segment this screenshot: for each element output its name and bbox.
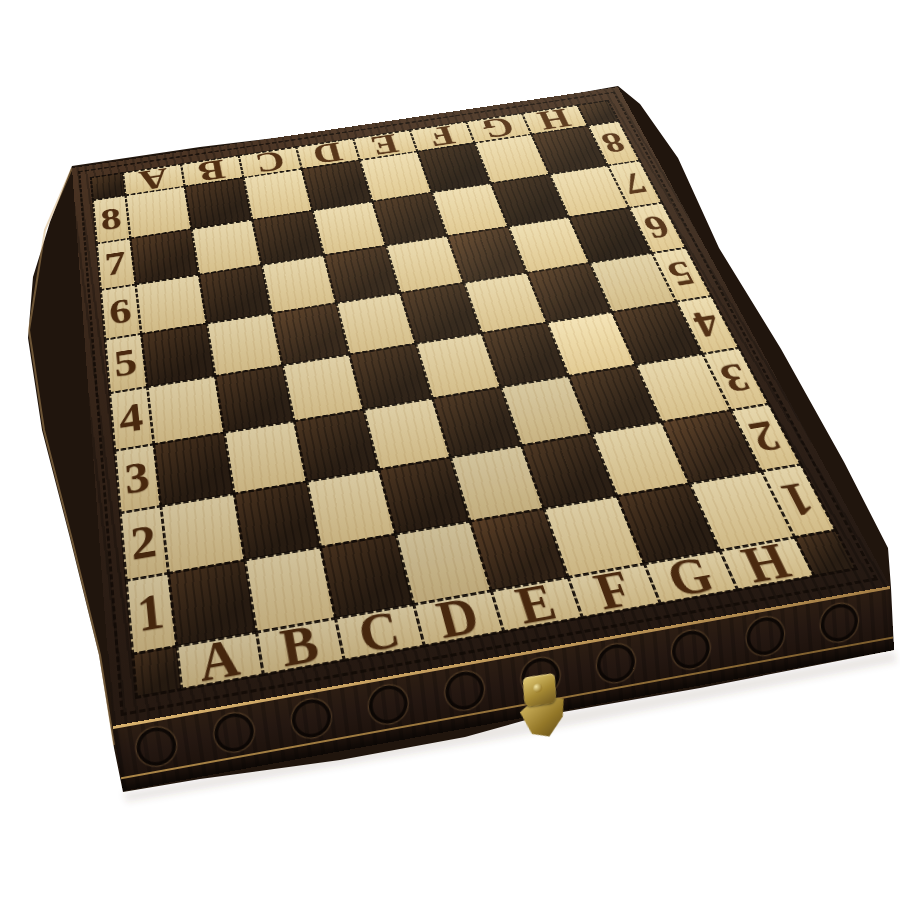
rank-number: 3 xyxy=(123,455,152,501)
photo-stage: ABCDEFGH8877665544332211ABCDEFGH xyxy=(0,0,900,900)
rank-label-8-left: 8 xyxy=(92,195,130,243)
rank-number: 5 xyxy=(662,256,700,292)
file-letter: F xyxy=(588,563,638,618)
file-letter: C xyxy=(354,603,404,661)
rank-label-3-left: 3 xyxy=(114,444,160,513)
rank-number: 7 xyxy=(103,246,127,280)
rank-number: 6 xyxy=(639,211,675,245)
file-letter: H xyxy=(735,536,798,591)
rank-number: 5 xyxy=(112,343,138,383)
rank-label-7-left: 7 xyxy=(96,238,135,289)
rank-number: 2 xyxy=(129,518,159,568)
rank-label-4-left: 4 xyxy=(109,387,153,451)
rank-label-6-left: 6 xyxy=(100,284,141,339)
file-letter: E xyxy=(510,576,561,632)
rank-number: 4 xyxy=(117,397,144,440)
rank-label-5-left: 5 xyxy=(105,334,147,393)
file-letter: B xyxy=(277,617,323,675)
file-letter: G xyxy=(660,549,721,605)
rank-number: 6 xyxy=(108,293,133,330)
rank-number: 8 xyxy=(99,203,122,235)
rank-number: 1 xyxy=(135,586,166,640)
file-letter: D xyxy=(432,589,484,646)
rank-number: 8 xyxy=(597,128,630,158)
corner-sw xyxy=(132,646,181,697)
rank-number: 7 xyxy=(617,168,652,200)
file-letter: A xyxy=(196,631,242,690)
